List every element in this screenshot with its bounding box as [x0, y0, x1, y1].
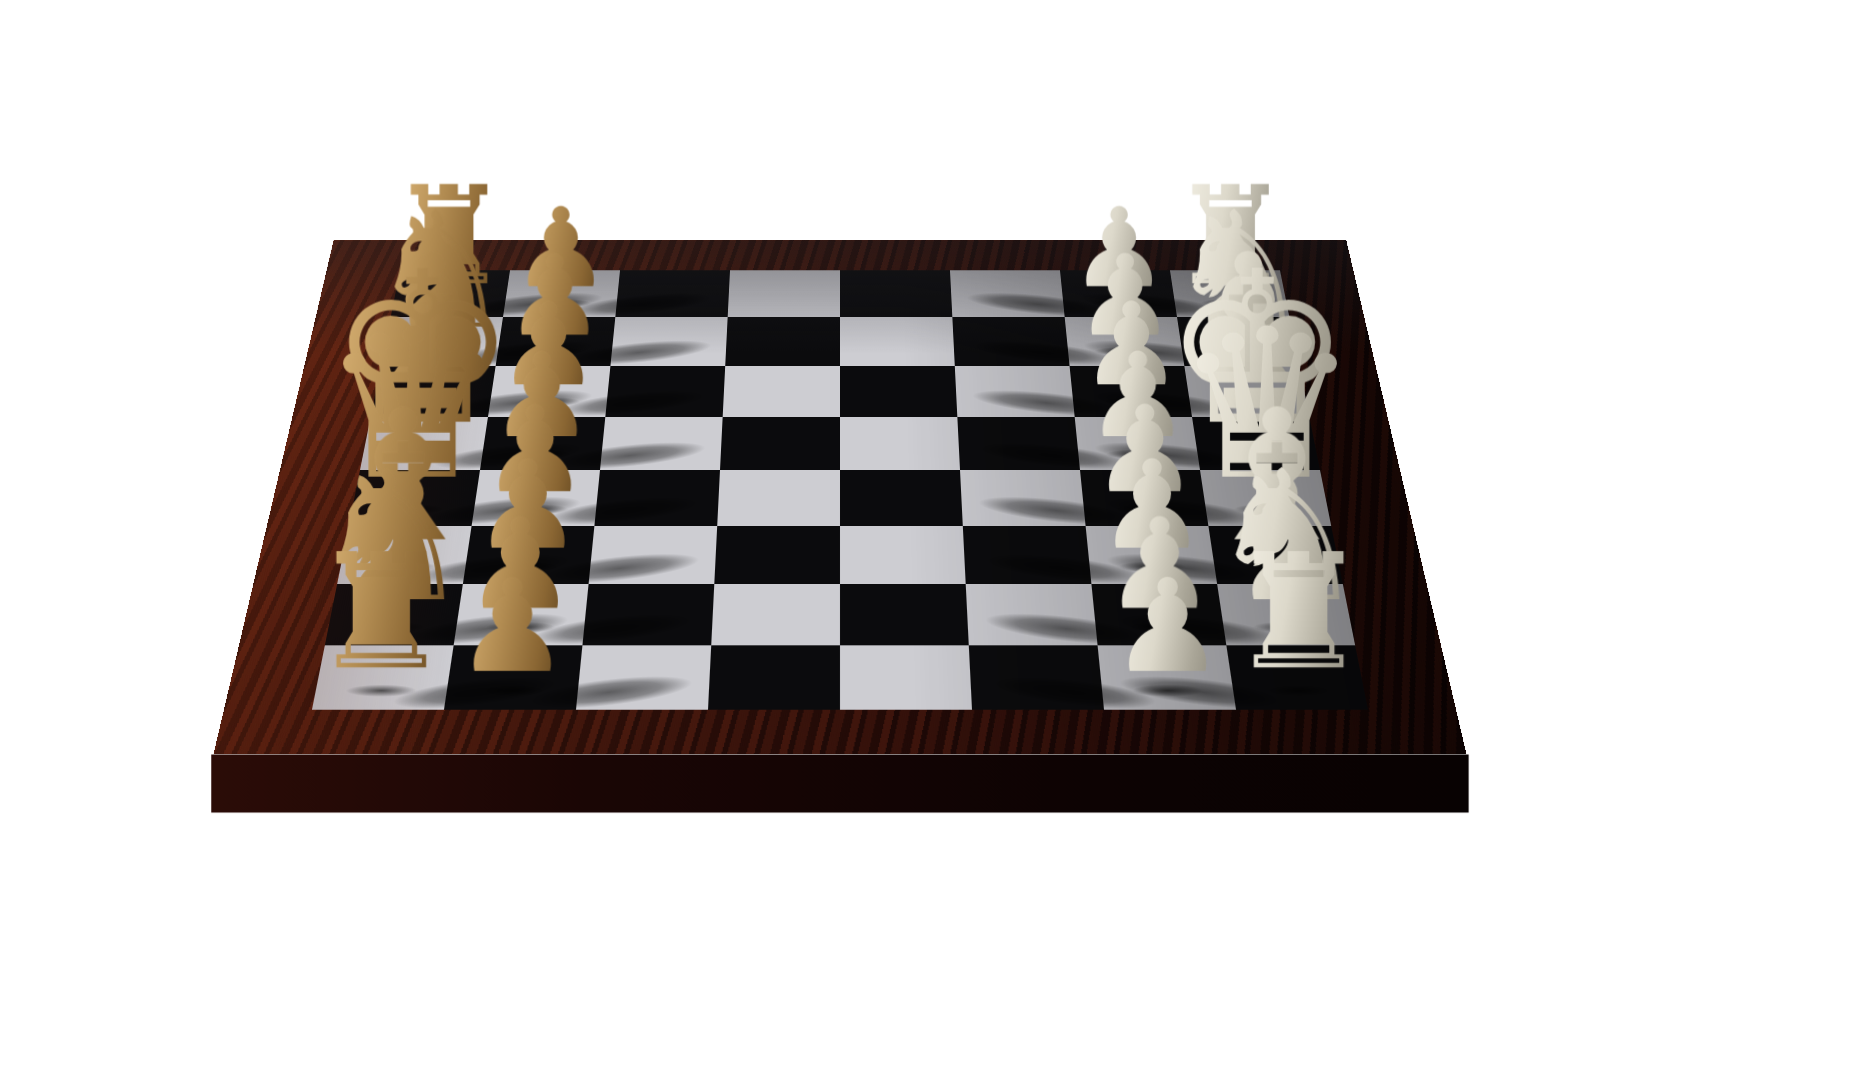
pieces-layer: ♜♞♝♛♚♝♞♜♟♟♟♟♟♟♟♟♟♟♟♟♟♟♟♟♜♞♝♛♚♝♞♜ — [213, 240, 1466, 754]
white-rook-a1[interactable]: ♜ — [1227, 531, 1370, 690]
black-rook-a8[interactable]: ♜ — [310, 531, 453, 690]
white-pawn-a2[interactable]: ♟ — [1110, 562, 1226, 691]
black-pawn-a7[interactable]: ♟ — [455, 562, 571, 691]
chess-board: ♜♞♝♛♚♝♞♜♟♟♟♟♟♟♟♟♟♟♟♟♟♟♟♟♜♞♝♛♚♝♞♜ — [213, 240, 1466, 754]
board-side-face — [211, 754, 1468, 812]
chessboard-3d-scene: ♜♞♝♛♚♝♞♜♟♟♟♟♟♟♟♟♟♟♟♟♟♟♟♟♜♞♝♛♚♝♞♜ — [0, 0, 1850, 1080]
